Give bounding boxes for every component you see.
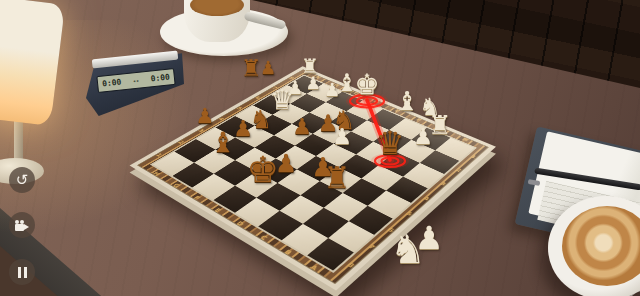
coord-label: B [283,248,294,256]
white-king-e1[interactable]: ♚ [354,71,379,99]
coord-label: 3 [438,181,447,187]
camera-button[interactable] [9,212,35,238]
coord-label: H [461,137,470,142]
captured-white-knight: ♞ [390,229,426,269]
black-rook-b6[interactable]: ♜ [324,163,351,193]
black-pawn-h6[interactable]: ♟ [196,106,215,127]
coord-label: C [258,234,269,241]
black-pawn-f4[interactable]: ♟ [292,116,312,138]
black-queen-c3[interactable]: ♛ [376,127,405,159]
white-pawn-b2[interactable]: ♟ [413,126,433,148]
coord-label: F [192,195,202,201]
white-pawn-d4[interactable]: ♟ [332,126,352,148]
coord-label: 4 [422,195,431,201]
black-king-e7[interactable]: ♚ [247,152,279,188]
white-bishop-d1[interactable]: ♝ [395,88,418,114]
coord-label: A [308,263,319,271]
black-pawn-g6[interactable]: ♟ [233,118,253,140]
coord-label: 8 [346,261,357,269]
lamp-stem [14,120,23,162]
coord-label: D [235,220,246,227]
coord-label: 1 [469,154,477,159]
camera-icon [15,220,30,231]
white-queen-g4[interactable]: ♛ [270,86,294,113]
captured-black-rook: ♜ [241,57,262,80]
undo-icon: ↺ [16,171,29,189]
coord-label: 7 [366,244,376,251]
clock-left-time: 0:00 [102,78,122,89]
coord-label: H [151,171,161,177]
coord-label: G [171,182,181,188]
black-bishop-g7[interactable]: ♝ [210,129,235,157]
black-knight-g5[interactable]: ♞ [250,107,272,132]
white-pawn-h2[interactable]: ♟ [305,75,320,92]
captured-black-pawn: ♟ [260,59,276,77]
pause-button[interactable] [9,259,35,285]
clock-mid-icons: •• [133,77,140,84]
coord-label: E [213,207,223,214]
white-pawn-g2[interactable]: ♟ [324,81,340,99]
clock-right-time: 0:00 [150,72,170,83]
coord-label: 5 [404,211,413,218]
pause-icon [18,267,27,278]
undo-button[interactable]: ↺ [9,167,35,193]
coord-label: 2 [454,167,463,173]
